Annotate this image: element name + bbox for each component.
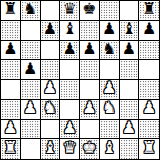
white-pawn[interactable]: ♟ — [102, 80, 116, 96]
square-f6[interactable]: ♞ — [100, 41, 120, 61]
white-rook[interactable]: ♜ — [3, 140, 17, 156]
square-g8[interactable] — [120, 1, 140, 21]
black-rook[interactable]: ♜ — [142, 1, 156, 17]
square-a1[interactable]: ♜ — [1, 139, 21, 159]
square-e1[interactable]: ♚ — [80, 139, 100, 159]
square-g7[interactable]: ♝ — [120, 21, 140, 41]
square-b5[interactable]: ♟ — [21, 60, 41, 80]
square-d1[interactable]: ♛ — [60, 139, 80, 159]
white-bishop[interactable]: ♝ — [43, 140, 57, 156]
square-d2[interactable]: ♟ — [60, 120, 80, 140]
square-b6[interactable] — [21, 41, 41, 61]
square-h2[interactable] — [139, 120, 159, 140]
white-pawn[interactable]: ♟ — [62, 120, 76, 136]
square-c4[interactable]: ♟ — [41, 80, 61, 100]
white-pawn[interactable]: ♟ — [142, 100, 156, 116]
square-f2[interactable] — [100, 120, 120, 140]
square-c1[interactable]: ♝ — [41, 139, 61, 159]
black-pawn[interactable]: ♟ — [102, 21, 116, 37]
square-c2[interactable] — [41, 120, 61, 140]
black-knight[interactable]: ♞ — [102, 41, 116, 57]
square-f1[interactable]: ♝ — [100, 139, 120, 159]
square-b3[interactable]: ♟ — [21, 100, 41, 120]
square-h4[interactable] — [139, 80, 159, 100]
square-f3[interactable]: ♞ — [100, 100, 120, 120]
white-knight[interactable]: ♞ — [43, 100, 57, 116]
black-knight[interactable]: ♞ — [23, 1, 37, 17]
white-pawn[interactable]: ♟ — [82, 100, 96, 116]
black-king[interactable]: ♚ — [82, 1, 96, 17]
chess-board: ♜♞♛♚♜♟♝♟♝♟♟♟♟♞♟♟♟♟♟♞♟♞♟♟♟♟♜♝♛♚♝♜ — [0, 0, 160, 160]
square-h1[interactable]: ♜ — [139, 139, 159, 159]
square-e2[interactable] — [80, 120, 100, 140]
square-f5[interactable] — [100, 60, 120, 80]
square-e3[interactable]: ♟ — [80, 100, 100, 120]
white-rook[interactable]: ♜ — [142, 140, 156, 156]
square-c6[interactable] — [41, 41, 61, 61]
square-e8[interactable]: ♚ — [80, 1, 100, 21]
square-a8[interactable]: ♜ — [1, 1, 21, 21]
black-pawn[interactable]: ♟ — [43, 21, 57, 37]
black-pawn[interactable]: ♟ — [62, 41, 76, 57]
square-f7[interactable]: ♟ — [100, 21, 120, 41]
square-b1[interactable] — [21, 139, 41, 159]
square-g6[interactable]: ♟ — [120, 41, 140, 61]
black-bishop[interactable]: ♝ — [122, 21, 136, 37]
square-b7[interactable] — [21, 21, 41, 41]
square-f8[interactable] — [100, 1, 120, 21]
black-pawn[interactable]: ♟ — [82, 41, 96, 57]
square-d7[interactable]: ♝ — [60, 21, 80, 41]
black-pawn[interactable]: ♟ — [23, 61, 37, 77]
black-pawn[interactable]: ♟ — [3, 41, 17, 57]
square-h5[interactable] — [139, 60, 159, 80]
square-b8[interactable]: ♞ — [21, 1, 41, 21]
white-pawn[interactable]: ♟ — [122, 120, 136, 136]
square-c5[interactable] — [41, 60, 61, 80]
square-c8[interactable] — [41, 1, 61, 21]
white-pawn[interactable]: ♟ — [43, 80, 57, 96]
square-h8[interactable]: ♜ — [139, 1, 159, 21]
square-b2[interactable] — [21, 120, 41, 140]
square-g2[interactable]: ♟ — [120, 120, 140, 140]
square-h3[interactable]: ♟ — [139, 100, 159, 120]
square-d8[interactable]: ♛ — [60, 1, 80, 21]
square-g4[interactable] — [120, 80, 140, 100]
square-a6[interactable]: ♟ — [1, 41, 21, 61]
white-queen[interactable]: ♛ — [62, 140, 76, 156]
white-king[interactable]: ♚ — [82, 140, 96, 156]
square-b4[interactable] — [21, 80, 41, 100]
square-d5[interactable] — [60, 60, 80, 80]
square-h7[interactable]: ♟ — [139, 21, 159, 41]
black-queen[interactable]: ♛ — [62, 1, 76, 17]
black-pawn[interactable]: ♟ — [142, 21, 156, 37]
black-bishop[interactable]: ♝ — [62, 21, 76, 37]
square-h6[interactable] — [139, 41, 159, 61]
square-a4[interactable] — [1, 80, 21, 100]
white-pawn[interactable]: ♟ — [3, 120, 17, 136]
square-c7[interactable]: ♟ — [41, 21, 61, 41]
square-d6[interactable]: ♟ — [60, 41, 80, 61]
square-d3[interactable] — [60, 100, 80, 120]
square-a7[interactable] — [1, 21, 21, 41]
square-g5[interactable] — [120, 60, 140, 80]
square-g3[interactable] — [120, 100, 140, 120]
white-pawn[interactable]: ♟ — [23, 100, 37, 116]
square-a2[interactable]: ♟ — [1, 120, 21, 140]
white-bishop[interactable]: ♝ — [102, 140, 116, 156]
black-pawn[interactable]: ♟ — [122, 41, 136, 57]
square-c3[interactable]: ♞ — [41, 100, 61, 120]
square-e4[interactable] — [80, 80, 100, 100]
square-a3[interactable] — [1, 100, 21, 120]
white-knight[interactable]: ♞ — [102, 100, 116, 116]
square-f4[interactable]: ♟ — [100, 80, 120, 100]
square-g1[interactable] — [120, 139, 140, 159]
square-e5[interactable] — [80, 60, 100, 80]
square-e6[interactable]: ♟ — [80, 41, 100, 61]
square-e7[interactable] — [80, 21, 100, 41]
square-d4[interactable] — [60, 80, 80, 100]
square-a5[interactable] — [1, 60, 21, 80]
black-rook[interactable]: ♜ — [3, 1, 17, 17]
